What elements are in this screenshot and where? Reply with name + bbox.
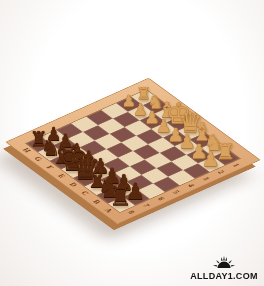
board-squares (26, 90, 239, 212)
watermark-text: ALLDAY1.COM (190, 271, 257, 281)
rising-sun-icon (210, 252, 238, 270)
product-photo: HGFEDCBA 12345678 ♜♞♝♛♚♝♞♜♟♟♟♟♟♟♟♟♟♟♟♟♟♟… (0, 0, 264, 286)
watermark: ALLDAY1.COM (188, 252, 260, 281)
chess-board: HGFEDCBA 12345678 (5, 78, 260, 225)
